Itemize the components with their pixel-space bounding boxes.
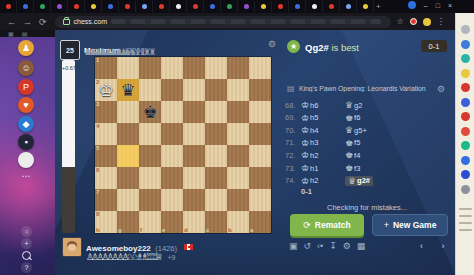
piece-figurine: ♛ (345, 125, 353, 135)
maximize-button[interactable]: □ (436, 2, 440, 9)
rank-label: 2 (96, 79, 99, 85)
tab-favicon (210, 4, 215, 9)
move-number: 70. (285, 126, 301, 135)
square-d7[interactable] (183, 189, 205, 211)
move-number: 71. (285, 138, 301, 147)
black-move[interactable]: ♛g2 (345, 100, 389, 110)
black-move[interactable]: ♚f4 (345, 150, 389, 160)
square-a5[interactable] (249, 145, 271, 167)
share-icon[interactable]: ‹• (317, 241, 323, 251)
browser-tab[interactable] (102, 1, 119, 12)
dark-app-icon[interactable]: ▪ (18, 134, 34, 150)
move-square: h3 (310, 138, 318, 147)
square-b7[interactable] (227, 189, 249, 211)
rematch-button[interactable]: ⟳ Rematch (290, 214, 364, 236)
download-icon[interactable]: ↧ (329, 241, 337, 251)
text-line (459, 229, 472, 231)
black-king[interactable]: ♚ (139, 102, 161, 122)
white-move[interactable]: ♔h3 (301, 138, 345, 148)
tab-favicon (261, 4, 266, 9)
tab-favicon (6, 4, 11, 9)
captured-row: ♙♙♙♙♙♙♙♙ ♘♘ ♗♗ ♖♖ ♕ +9 (86, 246, 175, 264)
analysis-status: Checking for mistakes... (282, 203, 452, 212)
square-f3[interactable]: ♚ (139, 101, 161, 123)
square-e6[interactable] (161, 167, 183, 189)
square-c1[interactable] (205, 57, 227, 79)
square-a3[interactable] (249, 101, 271, 123)
browser-tab[interactable] (170, 1, 187, 12)
square-c3[interactable] (205, 101, 227, 123)
file-label: f (140, 227, 142, 233)
app-icon[interactable] (461, 156, 470, 165)
board-settings-gear-icon[interactable]: ⚙ (268, 39, 276, 49)
piece-figurine: ♚ (345, 150, 353, 160)
best-move-banner: Qg2# is best (305, 42, 359, 53)
move-square: f3 (354, 164, 360, 173)
evaluation-score: +0.67 (62, 65, 75, 71)
square-a4[interactable] (249, 123, 271, 145)
square-c7[interactable] (205, 189, 227, 211)
analysis-settings-gear-icon[interactable]: ⚙ (437, 84, 445, 94)
move-number: 74. (285, 176, 301, 185)
white-app-icon[interactable] (18, 152, 34, 168)
tab-favicon (244, 4, 249, 9)
tab-favicon (227, 4, 232, 9)
move-square: h6 (310, 101, 318, 110)
browser-tab[interactable] (306, 1, 323, 12)
tab-favicon (312, 4, 317, 9)
window-controls[interactable]: – □ × (408, 1, 452, 9)
square-g4[interactable] (117, 123, 139, 145)
square-g5[interactable] (117, 145, 139, 167)
url-text[interactable]: chess.com (74, 18, 107, 25)
file-label: c (206, 227, 209, 233)
move-square: h2 (310, 176, 318, 185)
square-b5[interactable] (227, 145, 249, 167)
square-a8[interactable]: a (249, 211, 271, 233)
opponent-avatar[interactable]: 25 (60, 40, 80, 60)
browser-tab[interactable] (153, 1, 170, 12)
move-square: g2 (354, 101, 362, 110)
square-h1[interactable]: 1 (95, 57, 117, 79)
square-h3[interactable]: 3 (95, 101, 117, 123)
persona-icon[interactable]: ☺ (18, 60, 34, 76)
browser-tab[interactable] (136, 1, 153, 12)
square-b8[interactable]: b (227, 211, 249, 233)
square-f5[interactable] (139, 145, 161, 167)
square-g6[interactable] (117, 167, 139, 189)
square-b4[interactable] (227, 123, 249, 145)
square-f2[interactable] (139, 79, 161, 101)
adjacent-window-strip (455, 13, 474, 275)
reload-icon[interactable]: ⟳ (39, 17, 47, 27)
tab-favicon (23, 4, 28, 9)
square-a7[interactable] (249, 189, 271, 211)
tab-favicon (346, 4, 351, 9)
engine-icon[interactable]: ▣ (289, 241, 298, 251)
square-e2[interactable] (161, 79, 183, 101)
square-e5[interactable] (161, 145, 183, 167)
analysis-footer-icons: ▣↺‹•↧⚙▦ (289, 241, 389, 251)
move-square: h2 (310, 151, 318, 160)
browser-tab[interactable] (51, 1, 68, 12)
black-move[interactable]: ♚f5 (345, 138, 389, 148)
move-number: 73. (285, 164, 301, 173)
new-game-plus-icon: + (384, 220, 389, 230)
black-move[interactable]: ♛g2# (345, 176, 373, 186)
square-g2[interactable]: ♛ (117, 79, 139, 101)
white-move[interactable]: ♔h5 (301, 113, 345, 123)
square-h8[interactable]: 8h (95, 211, 117, 233)
piece-figurine: ♛ (348, 176, 356, 186)
piece-figurine: ♔ (301, 125, 309, 135)
piece-figurine: ♔ (301, 100, 309, 110)
browser-tab[interactable] (357, 1, 374, 12)
search-icon[interactable] (21, 250, 32, 261)
square-h6[interactable]: 6 (95, 167, 117, 189)
tab-favicon (108, 4, 113, 9)
square-e7[interactable] (161, 189, 183, 211)
heart-icon[interactable]: ♥ (18, 97, 34, 113)
tab-favicon (363, 4, 368, 9)
app-icon[interactable] (461, 112, 470, 121)
new-game-label: New Game (393, 220, 436, 230)
move-square: f5 (354, 138, 360, 147)
square-c8[interactable]: c (205, 211, 227, 233)
browser-tab[interactable] (255, 1, 272, 12)
pin-icon[interactable]: ○ (21, 226, 32, 237)
square-e4[interactable] (161, 123, 183, 145)
move-navigation-arrows[interactable]: ‹ › (420, 241, 453, 251)
opening-book-icon: ▤ (287, 84, 295, 93)
menu-dots-icon[interactable]: ⋮ (437, 17, 445, 26)
settings-icon[interactable]: ⚙ (343, 241, 351, 251)
piece-figurine: ♚ (345, 113, 353, 123)
square-c6[interactable] (205, 167, 227, 189)
browser-nav-bar: ← → ⟳ chess.com ☆ ⋮ (0, 13, 474, 30)
rank-label: 1 (96, 57, 99, 63)
white-move[interactable]: ♔h2 (301, 176, 345, 186)
captured-pieces-by-black: ♙♙♙♙♙♙♙♙ ♘♘ ♗♗ ♖♖ ♕ (86, 252, 160, 262)
square-b2[interactable] (227, 79, 249, 101)
forward-icon[interactable]: → (23, 17, 32, 27)
browser-tab[interactable] (272, 1, 289, 12)
plus-icon[interactable]: + (21, 238, 32, 249)
white-move[interactable]: ♔h1 (301, 163, 345, 173)
evaluation-bar: +0.67 (62, 60, 75, 233)
square-e8[interactable]: e (161, 211, 183, 233)
app-icon[interactable] (461, 127, 470, 136)
move-number: 69. (285, 113, 301, 122)
move-row: 73.♔h1♚f3 (285, 162, 450, 174)
result-chip: 0-1 (421, 40, 447, 52)
file-label: a (250, 227, 253, 233)
record-icon[interactable] (410, 18, 417, 25)
square-b3[interactable] (227, 101, 249, 123)
black-move[interactable]: ♛g5+ (345, 125, 389, 135)
rank-label: 4 (96, 123, 99, 129)
evaluation-white-portion: +0.67 (62, 60, 75, 167)
tab-favicon (159, 4, 164, 9)
square-f1[interactable] (139, 57, 161, 79)
p-app-icon[interactable]: P (18, 79, 34, 95)
black-queen[interactable]: ♛ (117, 80, 139, 100)
text-line (459, 208, 472, 210)
toolbar-icon[interactable]: ▤ (22, 30, 28, 37)
square-d5[interactable] (183, 145, 205, 167)
app-icon[interactable] (461, 185, 470, 194)
square-d4[interactable] (183, 123, 205, 145)
square-c5[interactable] (205, 145, 227, 167)
tab-favicon (40, 4, 45, 9)
square-f8[interactable]: f (139, 211, 161, 233)
browser-tab[interactable] (238, 1, 255, 12)
white-move[interactable]: ♔h2 (301, 150, 345, 160)
piece-figurine: ♔ (301, 113, 309, 123)
minimize-button[interactable]: – (424, 2, 428, 9)
square-d8[interactable]: d (183, 211, 205, 233)
square-g1[interactable] (117, 57, 139, 79)
square-e3[interactable] (161, 101, 183, 123)
file-label: b (228, 227, 232, 233)
square-h7[interactable]: 7 (95, 189, 117, 211)
app-icon[interactable] (461, 170, 470, 179)
move-square: f6 (354, 113, 360, 122)
piece-figurine: ♔ (301, 163, 309, 173)
piece-figurine: ♔ (301, 176, 309, 186)
browser-accent-icon[interactable] (408, 1, 416, 9)
rematch-label: Rematch (315, 220, 351, 230)
move-square: g5+ (354, 126, 367, 135)
move-number: 72. (285, 151, 301, 160)
browser-tab[interactable] (68, 1, 85, 12)
square-d1[interactable] (183, 57, 205, 79)
move-square: g2# (357, 176, 370, 185)
browser-tab[interactable] (85, 1, 102, 12)
square-h5[interactable]: 5 (95, 145, 117, 167)
square-a2[interactable] (249, 79, 271, 101)
white-move[interactable]: ♔h4 (301, 125, 345, 135)
rank-label: 3 (96, 101, 99, 107)
url-path-blur (111, 19, 381, 24)
browser-tab[interactable] (187, 1, 204, 12)
browser-tab[interactable] (340, 1, 357, 12)
square-b6[interactable] (227, 167, 249, 189)
square-g8[interactable]: g (117, 211, 139, 233)
move-square: h4 (310, 126, 318, 135)
browser-tab[interactable] (17, 1, 34, 12)
text-line (459, 222, 472, 224)
bird-icon[interactable]: ◆ (18, 116, 34, 132)
best-move-suffix: is best (329, 42, 359, 53)
square-d2[interactable] (183, 79, 205, 101)
file-label: h (96, 227, 100, 233)
address-bar[interactable]: chess.com (55, 16, 391, 28)
app-icon[interactable] (461, 25, 470, 34)
toy-icon[interactable]: ♟ (18, 40, 34, 56)
rank-label: 8 (96, 211, 99, 217)
piece-figurine: ♔ (301, 150, 309, 160)
lock-icon (63, 19, 70, 25)
rank-label: 7 (96, 189, 99, 195)
square-c2[interactable] (205, 79, 227, 101)
profile-avatar[interactable] (423, 18, 431, 26)
move-row: 70.♔h4♛g5+ (285, 124, 450, 136)
library-icon[interactable]: ▦ (357, 241, 366, 251)
black-move[interactable]: ♚f6 (345, 113, 389, 123)
game-result: 0-1 (301, 187, 312, 196)
more-dots-icon[interactable]: ⋯ (18, 168, 34, 184)
browser-tab[interactable] (0, 1, 17, 12)
tab-favicon (278, 4, 283, 9)
file-label: e (162, 227, 165, 233)
browser-tab-bar[interactable]: + (0, 0, 474, 13)
browser-tab[interactable] (34, 1, 51, 12)
move-row: 68.♔h6♛g2 (285, 99, 450, 111)
rank-label: 6 (96, 167, 99, 173)
new-tab-button[interactable]: + (376, 2, 381, 11)
browser-tab[interactable] (323, 1, 340, 12)
square-d6[interactable] (183, 167, 205, 189)
square-d3[interactable] (183, 101, 205, 123)
tab-favicon (74, 4, 79, 9)
toolbar-icon[interactable]: ▦ (8, 30, 14, 37)
tab-favicon (329, 4, 334, 9)
move-row: 72.♔h2♚f4 (285, 149, 450, 161)
app-icon[interactable] (461, 69, 470, 78)
tab-favicon (295, 4, 300, 9)
back-icon[interactable]: ← (7, 17, 16, 27)
best-move-star-icon: ★ (287, 40, 300, 53)
move-square: h5 (310, 113, 318, 122)
tab-favicon (125, 4, 130, 9)
tab-favicon (91, 4, 96, 9)
white-move[interactable]: ♔h6 (301, 100, 345, 110)
app-icon[interactable] (461, 141, 470, 150)
move-row: 69.♔h5♚f6 (285, 112, 450, 124)
file-label: g (118, 227, 122, 233)
square-a6[interactable] (249, 167, 271, 189)
browser-tab[interactable] (221, 1, 238, 12)
square-f6[interactable] (139, 167, 161, 189)
browser-tab[interactable] (204, 1, 221, 12)
piece-figurine: ♔ (301, 138, 309, 148)
opening-name[interactable]: King's Pawn Opening: Leonardis Variation (299, 85, 427, 92)
piece-figurine: ♚ (345, 163, 353, 173)
square-e1[interactable] (161, 57, 183, 79)
rematch-icon: ⟳ (303, 220, 311, 230)
captured-pieces-by-white: ♟♟♟♟♟♟♟♟ ♞♞ ♝♝ ♜♜ (84, 47, 153, 57)
move-row: 71.♔h3♚f5 (285, 137, 450, 149)
tab-favicon (193, 4, 198, 9)
canada-flag-icon (184, 244, 193, 250)
player-avatar[interactable] (62, 237, 82, 257)
tab-favicon (176, 4, 181, 9)
black-move[interactable]: ♚f3 (345, 163, 389, 173)
square-f4[interactable] (139, 123, 161, 145)
square-f7[interactable] (139, 189, 161, 211)
new-game-button[interactable]: + New Game (372, 214, 448, 236)
app-icon[interactable] (461, 83, 470, 92)
square-c4[interactable] (205, 123, 227, 145)
material-advantage: +9 (167, 254, 175, 261)
move-square: f4 (354, 151, 360, 160)
app-icon[interactable] (461, 98, 470, 107)
browser-tab[interactable] (119, 1, 136, 12)
square-h2[interactable]: 2♔ (95, 79, 117, 101)
best-move-san: Qg2# (305, 42, 329, 53)
help-icon[interactable]: ? (21, 262, 32, 273)
square-a1[interactable] (249, 57, 271, 79)
square-h4[interactable]: 4 (95, 123, 117, 145)
move-square: h1 (310, 164, 318, 173)
move-row: 74.♔h2♛g2# (285, 175, 450, 187)
chess-board[interactable]: 12♔♛3♚45678hgfedcba (95, 57, 271, 233)
close-button[interactable]: × (448, 2, 452, 9)
browser-tab[interactable] (289, 1, 306, 12)
tab-favicon (142, 4, 147, 9)
move-number: 68. (285, 101, 301, 110)
retry-icon[interactable]: ↺ (304, 241, 312, 251)
tab-favicon (57, 4, 62, 9)
bookmark-star-icon[interactable]: ☆ (397, 17, 404, 26)
piece-figurine: ♛ (345, 100, 353, 110)
square-g7[interactable] (117, 189, 139, 211)
app-icon[interactable] (461, 40, 470, 49)
file-label: d (184, 227, 188, 233)
square-g3[interactable] (117, 101, 139, 123)
piece-figurine: ♚ (345, 138, 353, 148)
rank-label: 5 (96, 145, 99, 151)
square-b1[interactable] (227, 57, 249, 79)
text-line (459, 215, 472, 217)
app-icon[interactable] (461, 54, 470, 63)
